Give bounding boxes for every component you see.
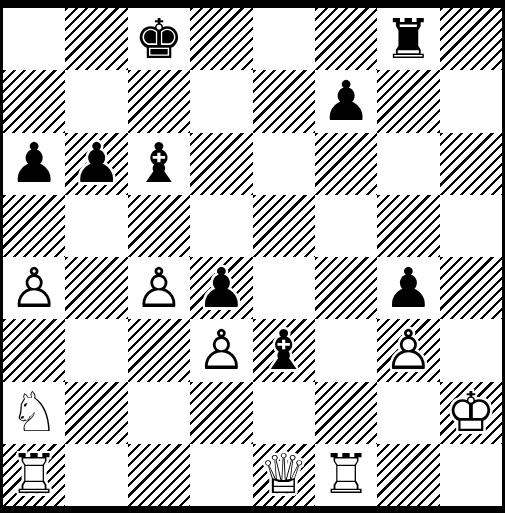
piece-white-pawn: ♙ [190,319,252,381]
square-h2[interactable]: ♚♔ [440,382,502,444]
piece-halo: ♟ [3,257,65,319]
square-g5[interactable] [377,195,439,257]
square-a5[interactable] [3,195,65,257]
square-c5[interactable] [128,195,190,257]
square-f8[interactable] [315,8,377,70]
piece-halo: ♝ [128,133,190,195]
square-f2[interactable] [315,382,377,444]
square-c1[interactable] [128,444,190,506]
piece-white-knight: ♘ [3,382,65,444]
square-e6[interactable] [253,133,315,195]
piece-halo: ♚ [440,382,502,444]
square-h6[interactable] [440,133,502,195]
square-e1[interactable]: ♛♕ [253,444,315,506]
square-a3[interactable] [3,319,65,381]
piece-halo: ♜ [377,8,439,70]
square-a1[interactable]: ♜♖ [3,444,65,506]
piece-halo: ♟ [3,133,65,195]
square-f4[interactable] [315,257,377,319]
square-e3[interactable]: ♝♝ [253,319,315,381]
square-h3[interactable] [440,319,502,381]
piece-white-pawn: ♙ [377,319,439,381]
piece-halo: ♜ [315,444,377,506]
square-f5[interactable] [315,195,377,257]
square-g8[interactable]: ♜♜ [377,8,439,70]
piece-halo: ♟ [190,257,252,319]
square-d6[interactable] [190,133,252,195]
piece-halo: ♝ [253,319,315,381]
piece-halo: ♛ [253,444,315,506]
chess-board: ♚♚♜♜♟♟♟♟♟♟♝♝♟♙♟♙♟♟♟♟♟♙♝♝♟♙♞♘♚♔♜♖♛♕♜♖ [0,0,505,513]
square-g4[interactable]: ♟♟ [377,257,439,319]
square-f3[interactable] [315,319,377,381]
piece-halo: ♟ [377,257,439,319]
piece-white-rook: ♖ [315,444,377,506]
piece-black-king: ♚ [128,8,190,70]
piece-halo: ♚ [128,8,190,70]
square-a6[interactable]: ♟♟ [3,133,65,195]
square-c8[interactable]: ♚♚ [128,8,190,70]
square-e8[interactable] [253,8,315,70]
square-f1[interactable]: ♜♖ [315,444,377,506]
square-d7[interactable] [190,70,252,132]
square-b1[interactable] [65,444,127,506]
square-h1[interactable] [440,444,502,506]
square-e2[interactable] [253,382,315,444]
piece-halo: ♞ [3,382,65,444]
square-d4[interactable]: ♟♟ [190,257,252,319]
piece-black-pawn: ♟ [377,257,439,319]
board-grid: ♚♚♜♜♟♟♟♟♟♟♝♝♟♙♟♙♟♟♟♟♟♙♝♝♟♙♞♘♚♔♜♖♛♕♜♖ [3,8,502,506]
piece-halo: ♜ [3,444,65,506]
square-d8[interactable] [190,8,252,70]
piece-white-king: ♔ [440,382,502,444]
square-b8[interactable] [65,8,127,70]
square-a7[interactable] [3,70,65,132]
square-d1[interactable] [190,444,252,506]
square-g3[interactable]: ♟♙ [377,319,439,381]
piece-halo: ♟ [128,257,190,319]
square-h8[interactable] [440,8,502,70]
piece-black-bishop: ♝ [128,133,190,195]
square-b7[interactable] [65,70,127,132]
square-b5[interactable] [65,195,127,257]
square-b3[interactable] [65,319,127,381]
piece-white-pawn: ♙ [128,257,190,319]
square-g7[interactable] [377,70,439,132]
square-g1[interactable] [377,444,439,506]
piece-halo: ♟ [190,319,252,381]
square-c6[interactable]: ♝♝ [128,133,190,195]
square-c3[interactable] [128,319,190,381]
piece-black-pawn: ♟ [3,133,65,195]
square-d2[interactable] [190,382,252,444]
piece-black-rook: ♜ [377,8,439,70]
square-f7[interactable]: ♟♟ [315,70,377,132]
square-h7[interactable] [440,70,502,132]
piece-black-pawn: ♟ [65,133,127,195]
square-b2[interactable] [65,382,127,444]
piece-white-pawn: ♙ [3,257,65,319]
square-f6[interactable] [315,133,377,195]
square-b6[interactable]: ♟♟ [65,133,127,195]
square-d5[interactable] [190,195,252,257]
piece-white-rook: ♖ [3,444,65,506]
piece-halo: ♟ [377,319,439,381]
square-c7[interactable] [128,70,190,132]
square-h5[interactable] [440,195,502,257]
square-e7[interactable] [253,70,315,132]
piece-white-queen: ♕ [253,444,315,506]
square-e5[interactable] [253,195,315,257]
piece-black-bishop: ♝ [253,319,315,381]
square-a8[interactable] [3,8,65,70]
square-b4[interactable] [65,257,127,319]
piece-halo: ♟ [315,70,377,132]
square-c4[interactable]: ♟♙ [128,257,190,319]
piece-halo: ♟ [65,133,127,195]
square-g6[interactable] [377,133,439,195]
square-h4[interactable] [440,257,502,319]
square-a2[interactable]: ♞♘ [3,382,65,444]
square-g2[interactable] [377,382,439,444]
piece-black-pawn: ♟ [190,257,252,319]
square-c2[interactable] [128,382,190,444]
square-e4[interactable] [253,257,315,319]
square-d3[interactable]: ♟♙ [190,319,252,381]
square-a4[interactable]: ♟♙ [3,257,65,319]
piece-black-pawn: ♟ [315,70,377,132]
